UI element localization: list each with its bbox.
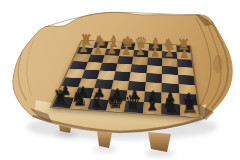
piece-black-rook-a8: ♜ (180, 95, 199, 115)
piece-black-king-e8: ♚ (106, 91, 124, 111)
piece-black-bishop-c8: ♝ (143, 93, 162, 113)
square-c8[interactable]: ♝ (142, 102, 161, 115)
piece-white-pawn-e2: ♟ (119, 45, 133, 56)
piece-white-pawn-d2: ♟ (133, 46, 147, 57)
square-b2[interactable]: ♟ (162, 51, 177, 59)
piece-black-queen-d8: ♛ (124, 92, 142, 112)
piece-black-knight-g8: ♞ (70, 89, 88, 109)
piece-white-pawn-h2: ♟ (76, 43, 90, 54)
piece-white-pawn-g2: ♟ (90, 44, 104, 55)
square-f8[interactable]: ♝ (88, 98, 109, 110)
piece-black-rook-h8: ♜ (52, 87, 70, 107)
square-a2[interactable]: ♟ (176, 52, 191, 60)
chess-set-photo: ♜♞♝♚♛♝♞♜♟♟♟♟♟♟♟♟♟♟♟♟♟♟♟♟♜♞♝♚♛♝♞♜ (0, 0, 240, 160)
piece-white-pawn-c2: ♟ (148, 46, 162, 57)
square-d2[interactable]: ♟ (133, 50, 148, 58)
square-c2[interactable]: ♟ (147, 50, 162, 58)
piece-black-knight-b8: ♞ (161, 94, 180, 114)
square-d8[interactable]: ♛ (124, 101, 144, 114)
piece-white-pawn-b2: ♟ (162, 47, 177, 58)
piece-white-pawn-a2: ♟ (177, 48, 192, 59)
square-e2[interactable]: ♟ (119, 49, 134, 57)
square-f2[interactable]: ♟ (104, 48, 120, 56)
square-a8[interactable]: ♜ (179, 104, 199, 117)
piece-black-bishop-f8: ♝ (88, 90, 106, 110)
piece-white-pawn-f2: ♟ (105, 44, 119, 55)
square-e8[interactable]: ♚ (106, 100, 126, 112)
square-b8[interactable]: ♞ (161, 103, 180, 116)
